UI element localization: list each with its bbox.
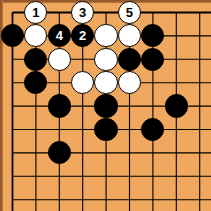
intersection[interactable] [141, 71, 164, 94]
intersection[interactable] [1, 94, 24, 117]
intersection[interactable] [141, 165, 164, 188]
intersection[interactable] [1, 165, 24, 188]
stone-black [48, 94, 71, 117]
intersection[interactable] [188, 1, 211, 24]
intersection[interactable] [165, 24, 188, 47]
stone-black: 4 [48, 24, 71, 47]
intersection[interactable] [71, 48, 94, 71]
intersection[interactable] [118, 24, 141, 47]
intersection[interactable] [48, 94, 71, 117]
intersection[interactable] [1, 71, 24, 94]
intersection[interactable] [165, 165, 188, 188]
move-number: 1 [32, 6, 39, 19]
move-number: 5 [126, 6, 133, 19]
intersection[interactable] [188, 118, 211, 141]
move-number: 3 [79, 6, 86, 19]
intersection[interactable] [118, 165, 141, 188]
intersection[interactable] [188, 165, 211, 188]
intersection[interactable] [141, 188, 164, 211]
stone-white [24, 24, 47, 47]
go-board: 13542 [0, 0, 211, 211]
stone-black [118, 48, 141, 71]
intersection[interactable] [118, 188, 141, 211]
intersection[interactable] [48, 71, 71, 94]
intersection[interactable] [1, 188, 24, 211]
stone-black [141, 118, 164, 141]
stone-black: 2 [71, 24, 94, 47]
intersection[interactable] [24, 94, 47, 117]
intersection[interactable] [94, 141, 117, 164]
intersection[interactable] [71, 71, 94, 94]
intersection[interactable] [118, 71, 141, 94]
intersection[interactable] [71, 141, 94, 164]
intersection[interactable] [188, 71, 211, 94]
intersection[interactable] [188, 24, 211, 47]
stone-white: 1 [24, 1, 47, 24]
stone-black [1, 24, 24, 47]
intersection[interactable] [141, 24, 164, 47]
stone-black [141, 24, 164, 47]
intersection[interactable] [165, 94, 188, 117]
intersection[interactable] [141, 141, 164, 164]
move-number: 4 [56, 29, 63, 42]
intersection[interactable] [1, 24, 24, 47]
intersection[interactable] [94, 48, 117, 71]
stone-white: 5 [118, 1, 141, 24]
intersection[interactable] [94, 188, 117, 211]
intersection[interactable] [48, 141, 71, 164]
intersection[interactable] [1, 48, 24, 71]
intersection[interactable] [94, 94, 117, 117]
stone-white: 3 [71, 1, 94, 24]
intersection[interactable] [24, 24, 47, 47]
intersection[interactable] [165, 1, 188, 24]
intersection[interactable] [24, 71, 47, 94]
intersection[interactable] [94, 118, 117, 141]
stone-white [94, 71, 117, 94]
stone-black [94, 118, 117, 141]
intersection[interactable] [24, 165, 47, 188]
stone-white [71, 71, 94, 94]
stone-black [141, 48, 164, 71]
intersection[interactable] [48, 48, 71, 71]
intersection[interactable] [141, 94, 164, 117]
stone-white [118, 71, 141, 94]
intersection[interactable] [24, 141, 47, 164]
intersection[interactable] [94, 71, 117, 94]
intersection[interactable] [188, 141, 211, 164]
intersection[interactable] [71, 165, 94, 188]
stone-black [94, 94, 117, 117]
intersection[interactable] [71, 118, 94, 141]
intersection[interactable] [165, 141, 188, 164]
stone-white [94, 48, 117, 71]
intersection[interactable] [24, 48, 47, 71]
intersection[interactable] [118, 48, 141, 71]
stone-white [118, 24, 141, 47]
intersection[interactable]: 4 [48, 24, 71, 47]
intersection[interactable]: 3 [71, 1, 94, 24]
intersection-grid: 13542 [1, 1, 211, 211]
intersection[interactable] [71, 94, 94, 117]
intersection[interactable] [48, 118, 71, 141]
intersection[interactable] [1, 141, 24, 164]
intersection[interactable] [141, 1, 164, 24]
intersection[interactable] [94, 1, 117, 24]
intersection[interactable] [188, 94, 211, 117]
intersection[interactable] [141, 48, 164, 71]
intersection[interactable]: 1 [24, 1, 47, 24]
intersection[interactable] [188, 188, 211, 211]
intersection[interactable] [165, 118, 188, 141]
stone-black [24, 71, 47, 94]
intersection[interactable] [1, 118, 24, 141]
intersection[interactable]: 5 [118, 1, 141, 24]
stone-black [165, 94, 188, 117]
intersection[interactable] [165, 188, 188, 211]
intersection[interactable] [165, 48, 188, 71]
stone-white [48, 48, 71, 71]
intersection[interactable] [48, 165, 71, 188]
intersection[interactable] [48, 1, 71, 24]
intersection[interactable] [188, 48, 211, 71]
intersection[interactable]: 2 [71, 24, 94, 47]
intersection[interactable] [48, 188, 71, 211]
stone-black [48, 141, 71, 164]
intersection[interactable] [165, 71, 188, 94]
stone-white [94, 24, 117, 47]
intersection[interactable] [1, 1, 24, 24]
intersection[interactable] [118, 118, 141, 141]
intersection[interactable] [24, 118, 47, 141]
intersection[interactable] [94, 165, 117, 188]
intersection[interactable] [71, 188, 94, 211]
intersection[interactable] [118, 141, 141, 164]
intersection[interactable] [118, 94, 141, 117]
move-number: 2 [79, 29, 86, 42]
stone-black [24, 48, 47, 71]
intersection[interactable] [141, 118, 164, 141]
intersection[interactable] [94, 24, 117, 47]
intersection[interactable] [24, 188, 47, 211]
